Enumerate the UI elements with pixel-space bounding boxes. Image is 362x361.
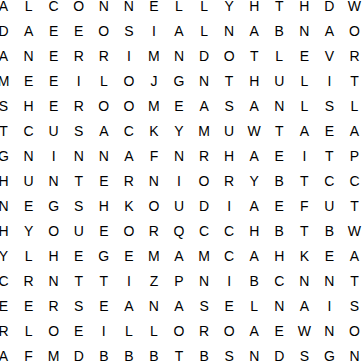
grid-cell[interactable]: L (16, 243, 41, 268)
grid-cell[interactable]: G (166, 68, 191, 93)
grid-cell[interactable]: F (141, 143, 166, 168)
grid-cell[interactable]: F (16, 343, 41, 361)
grid-cell[interactable]: A (342, 243, 362, 268)
grid-cell[interactable]: M (141, 43, 166, 68)
grid-cell[interactable]: O (141, 193, 166, 218)
grid-cell[interactable]: D (66, 343, 91, 361)
grid-cell[interactable]: A (192, 93, 217, 118)
grid-cell[interactable]: E (66, 318, 91, 343)
grid-cell[interactable]: B (91, 343, 116, 361)
grid-cell[interactable]: H (242, 0, 267, 18)
grid-cell[interactable]: B (317, 218, 342, 243)
grid-cell[interactable]: E (91, 218, 116, 243)
grid-cell[interactable]: S (0, 93, 16, 118)
grid-cell[interactable]: T (66, 168, 91, 193)
grid-cell[interactable]: M (192, 118, 217, 143)
grid-cell[interactable]: A (91, 118, 116, 143)
grid-cell[interactable]: A (242, 143, 267, 168)
grid-cell[interactable]: O (217, 43, 242, 68)
grid-cell[interactable]: G (317, 343, 342, 361)
grid-cell[interactable]: A (242, 18, 267, 43)
grid-cell[interactable]: A (292, 293, 317, 318)
grid-cell[interactable]: T (317, 143, 342, 168)
grid-cell[interactable]: J (141, 68, 166, 93)
grid-cell[interactable]: A (242, 318, 267, 343)
grid-cell[interactable]: C (217, 218, 242, 243)
grid-cell[interactable]: H (0, 168, 16, 193)
grid-cell[interactable]: N (292, 18, 317, 43)
grid-cell[interactable]: R (66, 43, 91, 68)
grid-cell[interactable]: H (242, 68, 267, 93)
grid-cell[interactable]: W (242, 118, 267, 143)
grid-cell[interactable]: C (342, 168, 362, 193)
grid-cell[interactable]: B (192, 343, 217, 361)
grid-cell[interactable]: I (217, 268, 242, 293)
grid-cell[interactable]: A (166, 293, 191, 318)
grid-cell[interactable]: O (41, 218, 66, 243)
grid-cell[interactable]: M (41, 343, 66, 361)
grid-cell[interactable]: A (166, 243, 191, 268)
grid-cell[interactable]: G (41, 193, 66, 218)
grid-cell[interactable]: O (66, 0, 91, 18)
grid-cell[interactable]: O (41, 318, 66, 343)
grid-cell[interactable]: N (267, 93, 292, 118)
grid-cell[interactable]: I (317, 293, 342, 318)
grid-cell[interactable]: O (342, 318, 362, 343)
grid-cell[interactable]: U (16, 168, 41, 193)
grid-cell[interactable]: A (166, 18, 191, 43)
grid-cell[interactable]: U (317, 193, 342, 218)
grid-cell[interactable]: D (192, 43, 217, 68)
grid-cell[interactable]: T (292, 218, 317, 243)
grid-cell[interactable]: H (41, 243, 66, 268)
grid-cell[interactable]: O (116, 218, 141, 243)
grid-cell[interactable]: Y (217, 0, 242, 18)
grid-cell[interactable]: S (66, 293, 91, 318)
grid-cell[interactable]: T (91, 268, 116, 293)
grid-cell[interactable]: N (166, 143, 191, 168)
grid-cell[interactable]: E (267, 143, 292, 168)
grid-cell[interactable]: R (217, 168, 242, 193)
grid-cell[interactable]: T (166, 343, 191, 361)
grid-cell[interactable]: D (267, 343, 292, 361)
grid-cell[interactable]: B (267, 168, 292, 193)
grid-cell[interactable]: B (141, 343, 166, 361)
grid-cell[interactable]: W (342, 218, 362, 243)
grid-cell[interactable]: R (116, 168, 141, 193)
grid-cell[interactable]: C (41, 0, 66, 18)
grid-cell[interactable]: T (342, 193, 362, 218)
grid-cell[interactable]: I (317, 68, 342, 93)
grid-cell[interactable]: O (116, 68, 141, 93)
grid-cell[interactable]: I (166, 168, 191, 193)
grid-cell[interactable]: N (292, 268, 317, 293)
grid-cell[interactable]: L (91, 68, 116, 93)
grid-cell[interactable]: E (16, 193, 41, 218)
grid-cell[interactable]: A (317, 18, 342, 43)
grid-cell[interactable]: U (217, 118, 242, 143)
grid-cell[interactable]: S (66, 118, 91, 143)
grid-cell[interactable]: L (116, 318, 141, 343)
grid-cell[interactable]: M (141, 93, 166, 118)
grid-cell[interactable]: Z (141, 268, 166, 293)
grid-cell[interactable]: U (66, 218, 91, 243)
grid-cell[interactable]: S (292, 343, 317, 361)
grid-cell[interactable]: I (116, 43, 141, 68)
grid-cell[interactable]: A (0, 343, 16, 361)
grid-cell[interactable]: E (166, 93, 191, 118)
grid-cell[interactable]: B (267, 218, 292, 243)
grid-cell[interactable]: C (116, 118, 141, 143)
grid-cell[interactable]: C (0, 268, 16, 293)
grid-cell[interactable]: N (16, 43, 41, 68)
grid-cell[interactable]: E (217, 293, 242, 318)
grid-cell[interactable]: R (342, 43, 362, 68)
grid-cell[interactable]: M (141, 243, 166, 268)
grid-cell[interactable]: E (317, 118, 342, 143)
grid-cell[interactable]: N (91, 0, 116, 18)
grid-cell[interactable]: N (342, 343, 362, 361)
grid-cell[interactable]: N (0, 193, 16, 218)
grid-cell[interactable]: E (91, 168, 116, 193)
grid-cell[interactable]: N (166, 43, 191, 68)
grid-cell[interactable]: D (192, 193, 217, 218)
grid-cell[interactable]: S (192, 293, 217, 318)
grid-cell[interactable]: M (192, 243, 217, 268)
grid-cell[interactable]: N (41, 268, 66, 293)
grid-cell[interactable]: T (267, 0, 292, 18)
grid-cell[interactable]: F (292, 193, 317, 218)
grid-cell[interactable]: E (116, 243, 141, 268)
grid-cell[interactable]: U (267, 68, 292, 93)
grid-cell[interactable]: A (116, 293, 141, 318)
grid-cell[interactable]: U (166, 193, 191, 218)
grid-cell[interactable]: I (292, 143, 317, 168)
grid-cell[interactable]: R (91, 43, 116, 68)
grid-cell[interactable]: R (192, 318, 217, 343)
grid-cell[interactable]: E (41, 68, 66, 93)
grid-cell[interactable]: L (16, 0, 41, 18)
grid-cell[interactable]: L (292, 93, 317, 118)
grid-cell[interactable]: T (267, 118, 292, 143)
grid-cell[interactable]: E (16, 68, 41, 93)
grid-cell[interactable]: N (141, 293, 166, 318)
grid-cell[interactable]: A (0, 0, 16, 18)
grid-cell[interactable]: K (141, 118, 166, 143)
grid-cell[interactable]: L (267, 43, 292, 68)
grid-cell[interactable]: R (66, 93, 91, 118)
grid-cell[interactable]: T (242, 43, 267, 68)
grid-cell[interactable]: A (16, 18, 41, 43)
grid-cell[interactable]: T (0, 118, 16, 143)
grid-cell[interactable]: H (16, 93, 41, 118)
grid-cell[interactable]: I (141, 18, 166, 43)
grid-cell[interactable]: N (317, 268, 342, 293)
grid-cell[interactable]: N (16, 143, 41, 168)
grid-cell[interactable]: A (242, 193, 267, 218)
grid-cell[interactable]: E (267, 318, 292, 343)
grid-cell[interactable]: E (267, 193, 292, 218)
grid-cell[interactable]: P (166, 268, 191, 293)
grid-cell[interactable]: H (0, 218, 16, 243)
grid-cell[interactable]: N (192, 268, 217, 293)
grid-cell[interactable]: C (267, 268, 292, 293)
grid-cell[interactable]: Y (0, 243, 16, 268)
grid-cell[interactable]: T (342, 68, 362, 93)
grid-cell[interactable]: N (116, 0, 141, 18)
grid-cell[interactable]: W (342, 0, 362, 18)
grid-cell[interactable]: B (242, 268, 267, 293)
grid-cell[interactable]: I (41, 143, 66, 168)
grid-cell[interactable]: N (317, 318, 342, 343)
grid-cell[interactable]: W (292, 318, 317, 343)
grid-cell[interactable]: E (16, 293, 41, 318)
grid-cell[interactable]: N (41, 168, 66, 193)
grid-cell[interactable]: A (342, 118, 362, 143)
grid-cell[interactable]: C (217, 243, 242, 268)
grid-cell[interactable]: L (192, 18, 217, 43)
grid-cell[interactable]: E (66, 18, 91, 43)
grid-cell[interactable]: A (292, 118, 317, 143)
grid-cell[interactable]: N (217, 18, 242, 43)
grid-cell[interactable]: T (342, 268, 362, 293)
grid-cell[interactable]: A (242, 93, 267, 118)
grid-cell[interactable]: O (166, 318, 191, 343)
grid-cell[interactable]: S (342, 293, 362, 318)
word-search-grid: ALCONNELLYHTHDWDAEEOSIALNABNAOANERRIMNDO… (0, 0, 362, 361)
grid-cell[interactable]: N (141, 168, 166, 193)
grid-cell[interactable]: P (342, 143, 362, 168)
grid-cell[interactable]: V (317, 43, 342, 68)
grid-cell[interactable]: E (41, 18, 66, 43)
grid-cell[interactable]: R (16, 268, 41, 293)
grid-cell[interactable]: E (317, 243, 342, 268)
grid-cell[interactable]: H (292, 0, 317, 18)
grid-cell[interactable]: S (217, 93, 242, 118)
grid-cell[interactable]: S (66, 193, 91, 218)
grid-cell[interactable]: I (116, 268, 141, 293)
grid-cell[interactable]: O (217, 318, 242, 343)
grid-cell[interactable]: Q (166, 218, 191, 243)
grid-cell[interactable]: R (0, 318, 16, 343)
grid-cell[interactable]: D (317, 0, 342, 18)
grid-cell[interactable]: E (91, 293, 116, 318)
grid-cell[interactable]: U (41, 118, 66, 143)
grid-cell[interactable]: E (292, 43, 317, 68)
grid-cell[interactable]: N (267, 293, 292, 318)
grid-cell[interactable]: R (141, 218, 166, 243)
grid-cell[interactable]: N (91, 143, 116, 168)
grid-cell[interactable]: L (166, 0, 191, 18)
grid-cell[interactable]: B (116, 343, 141, 361)
grid-cell[interactable]: K (292, 243, 317, 268)
grid-cell[interactable]: L (192, 0, 217, 18)
grid-cell[interactable]: S (317, 93, 342, 118)
grid-cell[interactable]: C (317, 168, 342, 193)
grid-cell[interactable]: T (292, 168, 317, 193)
grid-cell[interactable]: A (0, 43, 16, 68)
grid-cell[interactable]: E (141, 0, 166, 18)
grid-cell[interactable]: G (91, 243, 116, 268)
grid-cell[interactable]: Y (242, 168, 267, 193)
grid-cell[interactable]: I (217, 193, 242, 218)
grid-cell[interactable]: I (66, 68, 91, 93)
grid-cell[interactable]: B (267, 18, 292, 43)
grid-cell[interactable]: N (242, 343, 267, 361)
grid-cell[interactable]: S (116, 18, 141, 43)
grid-cell[interactable]: R (192, 143, 217, 168)
grid-cell[interactable]: L (141, 318, 166, 343)
grid-cell[interactable]: N (66, 143, 91, 168)
grid-cell[interactable]: E (41, 93, 66, 118)
grid-cell[interactable]: O (116, 93, 141, 118)
grid-cell[interactable]: O (91, 93, 116, 118)
grid-cell[interactable]: M (0, 68, 16, 93)
grid-cell[interactable]: L (342, 93, 362, 118)
grid-cell[interactable]: L (16, 318, 41, 343)
grid-cell[interactable]: C (16, 118, 41, 143)
grid-cell[interactable]: H (242, 218, 267, 243)
grid-cell[interactable]: O (192, 168, 217, 193)
grid-cell[interactable]: E (0, 293, 16, 318)
grid-cell[interactable]: O (342, 18, 362, 43)
grid-cell[interactable]: R (41, 293, 66, 318)
grid-cell[interactable]: A (116, 143, 141, 168)
grid-cell[interactable]: E (66, 243, 91, 268)
grid-cell[interactable]: A (242, 243, 267, 268)
grid-cell[interactable]: N (192, 68, 217, 93)
grid-cell[interactable]: H (91, 193, 116, 218)
grid-cell[interactable]: L (242, 293, 267, 318)
grid-cell[interactable]: H (267, 243, 292, 268)
grid-cell[interactable]: Y (166, 118, 191, 143)
grid-cell[interactable]: S (217, 343, 242, 361)
grid-cell[interactable]: C (192, 218, 217, 243)
grid-cell[interactable]: O (91, 18, 116, 43)
grid-cell[interactable]: I (91, 318, 116, 343)
grid-cell[interactable]: H (217, 143, 242, 168)
grid-cell[interactable]: L (292, 68, 317, 93)
grid-cell[interactable]: T (217, 68, 242, 93)
grid-cell[interactable]: G (0, 143, 16, 168)
grid-cell[interactable]: K (116, 193, 141, 218)
grid-cell[interactable]: D (0, 18, 16, 43)
grid-cell[interactable]: Y (16, 218, 41, 243)
grid-cell[interactable]: E (41, 43, 66, 68)
grid-cell[interactable]: T (66, 268, 91, 293)
